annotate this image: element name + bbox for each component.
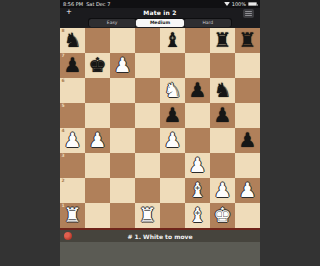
piece-white-rook: ♜ (64, 203, 82, 228)
square-h2[interactable]: ♟ (235, 178, 260, 203)
difficulty-segmented-control: Easy Medium Hard (88, 18, 232, 27)
square-b1[interactable] (85, 203, 110, 228)
square-g1[interactable]: ♚ (210, 203, 235, 228)
status-date: Sat Dec 7 (86, 0, 110, 8)
square-f2[interactable]: ♝ (185, 178, 210, 203)
square-f6[interactable]: ♟ (185, 78, 210, 103)
rank-label: 7 (62, 54, 65, 59)
piece-white-pawn: ♟ (164, 128, 182, 153)
square-c7[interactable]: ♟ (110, 53, 135, 78)
piece-white-pawn: ♟ (64, 128, 82, 153)
square-g6[interactable]: ♞ (210, 78, 235, 103)
square-d1[interactable]: ♜ (135, 203, 160, 228)
square-c2[interactable] (110, 178, 135, 203)
piece-black-bishop: ♝ (164, 28, 182, 53)
square-f1[interactable]: ♝ (185, 203, 210, 228)
square-a2[interactable]: 2 (60, 178, 85, 203)
square-e7[interactable] (160, 53, 185, 78)
square-g8[interactable]: ♜ (210, 28, 235, 53)
tab-medium[interactable]: Medium (136, 19, 183, 27)
rank-label: 6 (62, 79, 65, 84)
piece-black-pawn: ♟ (239, 128, 257, 153)
piece-white-bishop: ♝ (189, 178, 207, 203)
square-e3[interactable] (160, 153, 185, 178)
puzzle-status-bar: # 1. White to move (60, 230, 260, 242)
tab-hard[interactable]: Hard (184, 19, 231, 27)
square-b3[interactable] (85, 153, 110, 178)
piece-white-king: ♚ (214, 203, 232, 228)
square-f8[interactable] (185, 28, 210, 53)
wifi-icon (224, 2, 230, 6)
battery-percent: 100% (232, 0, 246, 8)
square-d5[interactable] (135, 103, 160, 128)
difficulty-tabs-row: Easy Medium Hard (60, 17, 260, 28)
square-c1[interactable] (110, 203, 135, 228)
footer-empty-area (60, 242, 260, 266)
square-a4[interactable]: 4♟ (60, 128, 85, 153)
rank-label: 2 (62, 179, 65, 184)
square-c6[interactable] (110, 78, 135, 103)
square-g2[interactable]: ♟ (210, 178, 235, 203)
square-f3[interactable]: ♟ (185, 153, 210, 178)
square-e5[interactable]: ♟ (160, 103, 185, 128)
hint-lightbulb-icon[interactable] (248, 231, 255, 241)
piece-white-pawn: ♟ (114, 53, 132, 78)
rank-label: 3 (62, 154, 65, 159)
retry-red-dot-icon[interactable] (64, 232, 72, 240)
plus-icon[interactable]: + (66, 8, 72, 17)
square-b4[interactable]: ♟ (85, 128, 110, 153)
nav-bar: + Mate in 2 (60, 8, 260, 17)
rank-label: 8 (62, 29, 65, 34)
square-h1[interactable] (235, 203, 260, 228)
square-b2[interactable] (85, 178, 110, 203)
piece-white-bishop: ♝ (189, 203, 207, 228)
page-title: Mate in 2 (143, 9, 176, 16)
square-b6[interactable] (85, 78, 110, 103)
square-h4[interactable]: ♟ (235, 128, 260, 153)
square-c5[interactable] (110, 103, 135, 128)
rank-label: 4 (62, 129, 65, 134)
square-f7[interactable] (185, 53, 210, 78)
square-g3[interactable] (210, 153, 235, 178)
square-e2[interactable] (160, 178, 185, 203)
piece-black-pawn: ♟ (64, 53, 82, 78)
square-b8[interactable] (85, 28, 110, 53)
square-h6[interactable] (235, 78, 260, 103)
piece-white-pawn: ♟ (214, 178, 232, 203)
square-b7[interactable]: ♚ (85, 53, 110, 78)
square-a8[interactable]: 8♞ (60, 28, 85, 53)
square-a5[interactable]: 5 (60, 103, 85, 128)
square-e1[interactable] (160, 203, 185, 228)
square-a1[interactable]: 1♜ (60, 203, 85, 228)
square-h3[interactable] (235, 153, 260, 178)
square-g7[interactable] (210, 53, 235, 78)
square-g4[interactable] (210, 128, 235, 153)
square-b5[interactable] (85, 103, 110, 128)
square-d3[interactable] (135, 153, 160, 178)
square-d7[interactable] (135, 53, 160, 78)
square-h7[interactable] (235, 53, 260, 78)
status-time: 8:56 PM (63, 0, 83, 8)
square-c8[interactable] (110, 28, 135, 53)
rank-label: 1 (62, 204, 65, 209)
square-a7[interactable]: 7♟ (60, 53, 85, 78)
square-e6[interactable]: ♞ (160, 78, 185, 103)
square-f5[interactable] (185, 103, 210, 128)
square-c3[interactable] (110, 153, 135, 178)
piece-black-pawn: ♟ (214, 103, 232, 128)
square-e8[interactable]: ♝ (160, 28, 185, 53)
battery-icon (248, 2, 257, 6)
square-d4[interactable] (135, 128, 160, 153)
piece-black-knight: ♞ (64, 28, 82, 53)
piece-white-pawn: ♟ (89, 128, 107, 153)
piece-black-knight: ♞ (214, 78, 232, 103)
puzzle-caption: # 1. White to move (127, 233, 192, 240)
square-f4[interactable] (185, 128, 210, 153)
piece-black-rook: ♜ (214, 28, 232, 53)
square-h5[interactable] (235, 103, 260, 128)
piece-white-pawn: ♟ (239, 178, 257, 203)
square-a6[interactable]: 6 (60, 78, 85, 103)
tab-easy[interactable]: Easy (89, 19, 136, 27)
status-bar: 8:56 PM Sat Dec 7 100% (60, 0, 260, 8)
piece-black-pawn: ♟ (189, 78, 207, 103)
piece-white-rook: ♜ (139, 203, 157, 228)
app-screen: 8:56 PM Sat Dec 7 100% + Mate in 2 Easy … (60, 0, 260, 266)
square-c4[interactable] (110, 128, 135, 153)
piece-black-rook: ♜ (239, 28, 257, 53)
square-a3[interactable]: 3 (60, 153, 85, 178)
square-e4[interactable]: ♟ (160, 128, 185, 153)
chess-board: 8♞♝♜♜7♟♚♟6♞♟♞5♟♟4♟♟♟♟3♟2♝♟♟1♜♜♝♚ (60, 28, 260, 228)
rank-label: 5 (62, 104, 65, 109)
piece-white-knight: ♞ (164, 78, 182, 103)
piece-white-pawn: ♟ (189, 153, 207, 178)
square-h8[interactable]: ♜ (235, 28, 260, 53)
square-d2[interactable] (135, 178, 160, 203)
square-d6[interactable] (135, 78, 160, 103)
square-d8[interactable] (135, 28, 160, 53)
hamburger-menu-icon[interactable] (243, 9, 254, 18)
piece-black-king: ♚ (89, 53, 107, 78)
square-g5[interactable]: ♟ (210, 103, 235, 128)
piece-black-pawn: ♟ (164, 103, 182, 128)
